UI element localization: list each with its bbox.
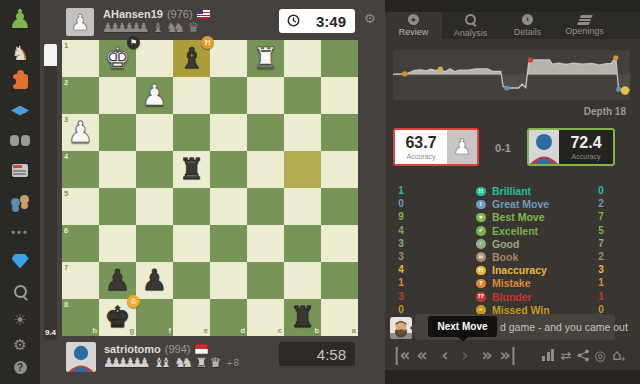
file-label-e: e xyxy=(204,327,208,335)
square-d2[interactable] xyxy=(210,77,247,114)
graph-dot-current-move xyxy=(621,86,629,94)
square-b1[interactable] xyxy=(284,40,321,77)
square-b2[interactable] xyxy=(284,77,321,114)
brilliant-icon: !! xyxy=(476,187,486,197)
top-player-name-row: AHansen19 (976) xyxy=(103,8,210,20)
top-player-clock: 3:49 xyxy=(279,9,355,33)
library-icon[interactable]: ⌂+ xyxy=(609,340,625,370)
square-g4[interactable] xyxy=(99,151,136,188)
coach-avatar xyxy=(390,317,412,339)
plus-icon: + xyxy=(620,355,626,363)
square-a4[interactable] xyxy=(321,151,358,188)
square-c4[interactable] xyxy=(247,151,284,188)
black-count: 0 xyxy=(590,185,612,196)
white-accuracy-card: 63.7 Accuracy ♟ xyxy=(393,128,479,166)
eval-graph-svg xyxy=(393,50,630,100)
inaccuracy-badge: ?! xyxy=(201,36,214,49)
square-h6[interactable]: 6 xyxy=(62,225,99,262)
play-icon[interactable]: ♞ xyxy=(0,42,40,64)
white-count: 0 xyxy=(390,198,412,209)
square-a8[interactable]: a xyxy=(321,299,358,336)
square-g8[interactable]: g♚♔ xyxy=(99,299,136,336)
square-a2[interactable] xyxy=(321,77,358,114)
rank-label-7: 7 xyxy=(64,264,68,272)
black-count: 2 xyxy=(590,198,612,209)
bottom-player-name-row: satriotomo (994) xyxy=(104,343,208,355)
square-a6[interactable] xyxy=(321,225,358,262)
premium-gem-icon[interactable] xyxy=(0,253,40,269)
black-count: 2 xyxy=(590,251,612,262)
winner-crown-badge: ♔ xyxy=(127,295,140,308)
classification-label: Book xyxy=(492,251,518,263)
square-g3[interactable] xyxy=(99,114,136,151)
black-count: 1 xyxy=(590,277,612,288)
square-f7[interactable]: ♟ xyxy=(136,262,173,299)
clock-icon xyxy=(287,14,300,27)
nav-last-button[interactable]: »| xyxy=(498,340,518,370)
white-pawn-f2: ♟ xyxy=(136,77,173,114)
blunder-icon: ?? xyxy=(476,292,486,302)
square-g1[interactable]: ♚⚑ xyxy=(99,40,136,77)
great-move-icon: ! xyxy=(476,200,486,210)
file-label-f: f xyxy=(169,327,172,335)
game-result: 0-1 xyxy=(479,142,527,154)
square-b8[interactable]: b♜ xyxy=(284,299,321,336)
evaluation-bar: 9.4 xyxy=(44,44,57,340)
puzzles-icon[interactable] xyxy=(0,72,40,90)
captured-group: ♜ xyxy=(196,355,203,370)
square-d1[interactable] xyxy=(210,40,247,77)
logo-pawn-icon[interactable]: ♟ xyxy=(0,4,40,34)
tab-analysis[interactable]: Analysis xyxy=(442,12,499,39)
material-advantage: +8 xyxy=(226,358,239,368)
top-clock-time: 3:49 xyxy=(316,13,346,30)
square-c5[interactable] xyxy=(247,188,284,225)
square-f3[interactable] xyxy=(136,114,173,151)
classification-label: Inaccuracy xyxy=(492,264,547,276)
square-e3[interactable] xyxy=(173,114,210,151)
square-f6[interactable] xyxy=(136,225,173,262)
evaluation-graph[interactable] xyxy=(393,50,630,100)
inaccuracy-icon: ?! xyxy=(476,266,486,276)
nav-next-button[interactable]: › xyxy=(455,340,475,370)
openings-books-icon xyxy=(577,15,593,25)
help-icon[interactable]: ? xyxy=(0,360,40,375)
move-navigation-bar: |««‹›»»|⇄◎⌂+ xyxy=(385,340,640,370)
eval-score-label: 9.4 xyxy=(44,328,57,337)
graph-dot-inaccuracy xyxy=(402,71,407,76)
classification-label: Good xyxy=(492,238,519,250)
file-label-d: d xyxy=(240,327,245,335)
chess-board: 1♚⚑♝?!♜2♟3♟4♜567♟♟8hg♚♔fedcb♜a xyxy=(62,40,358,336)
top-player-rating: (976) xyxy=(167,8,193,20)
focus-icon[interactable]: ◎ xyxy=(592,340,608,370)
square-b4[interactable] xyxy=(284,151,321,188)
captured-group: ♟♟♟♟♟♟ xyxy=(102,20,145,35)
rank-label-1: 1 xyxy=(64,42,68,50)
square-c1[interactable]: ♜ xyxy=(247,40,284,77)
square-b5[interactable] xyxy=(284,188,321,225)
captured-group: ♝ xyxy=(152,20,159,35)
best-move-icon: ★ xyxy=(476,213,486,223)
black-card-avatar xyxy=(529,130,559,164)
watch-icon[interactable] xyxy=(0,133,40,147)
book-icon: ▤ xyxy=(476,252,486,262)
white-count: 4 xyxy=(390,264,412,275)
top-captured-pieces: ♟♟♟♟♟♟♝♞♞♛ xyxy=(102,21,202,34)
square-f8[interactable]: f xyxy=(136,299,173,336)
square-e5[interactable] xyxy=(173,188,210,225)
square-h1[interactable]: 1 xyxy=(62,40,99,77)
coach-comment-text: d game - and you came out xyxy=(500,321,628,333)
file-label-a: a xyxy=(352,327,356,335)
square-e6[interactable] xyxy=(173,225,210,262)
white-count: 1 xyxy=(390,185,412,196)
square-e1[interactable]: ♝?! xyxy=(173,40,210,77)
captured-group: ♛ xyxy=(210,355,217,370)
more-icon[interactable]: ••• xyxy=(0,226,40,238)
square-g5[interactable] xyxy=(99,188,136,225)
indonesia-flag-icon xyxy=(195,344,208,354)
classification-row-blunder: 3??Blunder1 xyxy=(385,291,640,304)
square-c7[interactable] xyxy=(247,262,284,299)
nav-first-button[interactable]: |« xyxy=(392,340,412,370)
tab-review[interactable]: ★ Review xyxy=(385,12,442,39)
black-count: 5 xyxy=(590,225,612,236)
classification-row-best-move: 9★Best Move7 xyxy=(385,211,640,224)
next-move-tooltip: Next Move xyxy=(428,316,497,337)
white-rook-c1: ♜ xyxy=(247,40,284,77)
black-pawn-g7: ♟ xyxy=(99,262,136,299)
tab-openings[interactable]: Openings xyxy=(556,12,613,39)
review-star-icon: ★ xyxy=(408,14,419,25)
good-icon: ✓ xyxy=(476,239,486,249)
nav-prev-button[interactable]: ‹ xyxy=(435,340,455,370)
white-count: 3 xyxy=(390,238,412,249)
analysis-magnifier-icon xyxy=(465,14,476,25)
white-count: 0 xyxy=(390,304,412,315)
black-pawn-f7: ♟ xyxy=(136,262,173,299)
square-e7[interactable] xyxy=(173,262,210,299)
excellent-icon: ✔ xyxy=(476,226,486,236)
classification-label: Excellent xyxy=(492,225,538,237)
square-h5[interactable]: 5 xyxy=(62,188,99,225)
bottom-clock-time: 4:58 xyxy=(317,346,346,363)
square-h2[interactable]: 2 xyxy=(62,77,99,114)
captured-group: ♞♞ xyxy=(166,20,180,35)
black-count: 7 xyxy=(590,238,612,249)
top-player-name[interactable]: AHansen19 xyxy=(103,8,163,20)
square-d6[interactable] xyxy=(210,225,247,262)
square-b3[interactable] xyxy=(284,114,321,151)
avatar: ♟ xyxy=(66,8,94,36)
white-accuracy-value: 63.7 xyxy=(405,135,436,151)
move-classification-list: 1!!Brilliant00!Great Move29★Best Move74✔… xyxy=(385,185,640,317)
white-count: 3 xyxy=(390,291,412,302)
black-count: 3 xyxy=(590,264,612,275)
panel-top-strip xyxy=(385,0,640,12)
white-count: 9 xyxy=(390,211,412,222)
rank-label-5: 5 xyxy=(64,190,68,198)
bottom-player-name[interactable]: satriotomo xyxy=(104,343,161,355)
white-count: 3 xyxy=(390,251,412,262)
black-count: 1 xyxy=(590,291,612,302)
black-count: 7 xyxy=(590,211,612,222)
share-icon[interactable] xyxy=(575,340,591,370)
square-g6[interactable] xyxy=(99,225,136,262)
retry-icon[interactable]: ⇄ xyxy=(558,340,574,370)
square-d5[interactable] xyxy=(210,188,247,225)
square-f1[interactable] xyxy=(136,40,173,77)
tab-details[interactable]: i Details xyxy=(499,12,556,39)
square-a7[interactable] xyxy=(321,262,358,299)
classification-label: Blunder xyxy=(492,291,532,303)
stats-icon[interactable] xyxy=(540,340,556,370)
file-label-h: h xyxy=(92,327,97,335)
file-label-c: c xyxy=(278,327,282,335)
bottom-player-avatar-icon xyxy=(529,130,559,164)
classification-row-excellent: 4✔Excellent5 xyxy=(385,225,640,238)
square-f2[interactable]: ♟ xyxy=(136,77,173,114)
graph-dot-missed-win xyxy=(438,67,443,72)
black-accuracy-value: 72.4 xyxy=(570,135,601,151)
theme-icon[interactable]: ☀ xyxy=(0,311,40,328)
board-settings-gear-icon[interactable]: ⚙ xyxy=(364,11,376,26)
square-c2[interactable] xyxy=(247,77,284,114)
square-h3[interactable]: 3♟ xyxy=(62,114,99,151)
square-d8[interactable]: d xyxy=(210,299,247,336)
panel-bottom-strip xyxy=(385,370,640,384)
square-h7[interactable]: 7 xyxy=(62,262,99,299)
white-count: 4 xyxy=(390,225,412,236)
bottom-captured-pieces: ♟♟♟♟♟♟♝♝♞♞♜♛+8 xyxy=(103,356,239,369)
square-c3[interactable] xyxy=(247,114,284,151)
white-card-avatar: ♟ xyxy=(447,130,477,164)
nav-next-fast-button[interactable]: » xyxy=(477,340,497,370)
rank-label-6: 6 xyxy=(64,227,68,235)
classification-row-mistake: 1?Mistake1 xyxy=(385,277,640,290)
white-count: 1 xyxy=(390,277,412,288)
black-rook-e4: ♜ xyxy=(173,151,210,188)
classification-row-inaccuracy: 4?!Inaccuracy3 xyxy=(385,264,640,277)
classification-label: Mistake xyxy=(492,277,531,289)
panel-tabs: ★ Review Analysis i Details Openings xyxy=(385,12,640,39)
square-e8[interactable]: e xyxy=(173,299,210,336)
square-d3[interactable] xyxy=(210,114,247,151)
engine-depth-label: Depth 18 xyxy=(584,106,626,117)
captured-group: ♛ xyxy=(187,20,194,35)
mistake-icon: ? xyxy=(476,279,486,289)
square-a1[interactable] xyxy=(321,40,358,77)
classification-row-good: 3✓Good7 xyxy=(385,238,640,251)
white-pawn-avatar-icon: ♟ xyxy=(453,135,472,159)
captured-group: ♝♝ xyxy=(153,355,167,370)
avatar xyxy=(66,342,96,372)
loser-flag-badge: ⚑ xyxy=(127,36,140,49)
social-icon[interactable] xyxy=(0,194,40,210)
square-h8[interactable]: 8h xyxy=(62,299,99,336)
square-h4[interactable]: 4 xyxy=(62,151,99,188)
square-a3[interactable] xyxy=(321,114,358,151)
square-e4[interactable]: ♜ xyxy=(173,151,210,188)
square-b7[interactable] xyxy=(284,262,321,299)
graph-dot-great-move xyxy=(504,85,509,90)
square-f4[interactable] xyxy=(136,151,173,188)
square-c8[interactable]: c xyxy=(247,299,284,336)
captured-group: ♟♟♟♟♟♟ xyxy=(103,355,146,370)
board-area: ♟ AHansen19 (976) ♟♟♟♟♟♟♝♞♞♛ 3:49 ⚙ 9.4 … xyxy=(40,0,385,384)
classification-row-book: 3▤Book2 xyxy=(385,251,640,264)
learn-icon[interactable] xyxy=(0,102,40,120)
coach-photo-icon xyxy=(390,317,412,339)
square-c6[interactable] xyxy=(247,225,284,262)
search-icon[interactable] xyxy=(0,283,40,299)
black-accuracy-card: 72.4 Accuracy xyxy=(527,128,615,166)
classification-label: Best Move xyxy=(492,211,545,223)
eval-white-segment xyxy=(44,44,57,66)
bottom-player-clock: 4:58 xyxy=(279,342,355,366)
square-f5[interactable] xyxy=(136,188,173,225)
classification-row-brilliant: 1!!Brilliant0 xyxy=(385,185,640,198)
settings-gear-icon[interactable]: ⚙ xyxy=(0,336,40,353)
black-rook-b8: ♜ xyxy=(284,299,321,336)
square-g2[interactable] xyxy=(99,77,136,114)
classification-row-great-move: 0!Great Move2 xyxy=(385,198,640,211)
square-e2[interactable] xyxy=(173,77,210,114)
white-pawn-h3: ♟ xyxy=(62,114,99,151)
rank-label-4: 4 xyxy=(64,153,68,161)
rank-label-8: 8 xyxy=(64,301,68,309)
classification-label: Brilliant xyxy=(492,185,531,197)
details-info-icon: i xyxy=(522,14,533,25)
captured-group: ♞♞ xyxy=(174,355,188,370)
graph-dot-blunder xyxy=(528,57,533,62)
square-a5[interactable] xyxy=(321,188,358,225)
news-icon[interactable] xyxy=(0,163,40,178)
square-g7[interactable]: ♟ xyxy=(99,262,136,299)
classification-label: Great Move xyxy=(492,198,549,210)
bottom-player-avatar-icon xyxy=(66,342,96,372)
graph-dot-inaccuracy xyxy=(613,55,618,60)
white-pawn-avatar-icon: ♟ xyxy=(70,10,90,35)
rank-label-2: 2 xyxy=(64,79,68,87)
us-flag-icon xyxy=(197,9,210,19)
graph-dot-great-move xyxy=(616,87,621,92)
app-sidebar: ♟ ♞ ••• ☀ ⚙ ? xyxy=(0,0,40,384)
square-b6[interactable] xyxy=(284,225,321,262)
square-d7[interactable] xyxy=(210,262,247,299)
nav-prev-fast-button[interactable]: « xyxy=(412,340,432,370)
review-panel: ★ Review Analysis i Details Openings Dep… xyxy=(385,0,640,384)
square-d4[interactable] xyxy=(210,151,247,188)
bottom-player-rating: (994) xyxy=(165,343,191,355)
